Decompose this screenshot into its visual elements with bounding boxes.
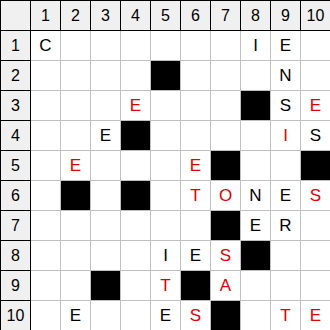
col-header-4: 4 xyxy=(121,1,151,31)
grid-cell-r5c4[interactable] xyxy=(121,151,151,181)
header-label: 3 xyxy=(101,8,110,24)
grid-cell-r4c1[interactable] xyxy=(31,121,61,151)
grid-cell-r1c3[interactable] xyxy=(91,31,121,61)
grid-cell-r7c4[interactable] xyxy=(121,211,151,241)
header-label: 4 xyxy=(11,128,20,144)
grid-cell-r6c3[interactable] xyxy=(91,181,121,211)
block-cell-r6c2 xyxy=(61,181,91,211)
block-cell-r8c8 xyxy=(241,241,271,271)
grid-cell-r8c3[interactable] xyxy=(91,241,121,271)
corner-cell xyxy=(1,1,31,31)
header-label: 10 xyxy=(7,308,25,324)
cell-letter: S xyxy=(310,127,321,144)
grid-cell-r6c5[interactable] xyxy=(151,181,181,211)
cell-letter: C xyxy=(39,37,51,54)
cell-letter: O xyxy=(219,187,232,204)
cell-letter: A xyxy=(220,277,231,294)
grid-cell-r2c10[interactable] xyxy=(301,61,330,91)
header-label: 3 xyxy=(11,98,20,114)
cell-letter: E xyxy=(250,217,261,234)
col-header-10: 10 xyxy=(301,1,330,31)
grid-cell-r3c3[interactable] xyxy=(91,91,121,121)
header-label: 7 xyxy=(11,218,20,234)
grid-cell-r6c1[interactable] xyxy=(31,181,61,211)
col-header-1: 1 xyxy=(31,1,61,31)
cell-letter: N xyxy=(249,187,261,204)
row-header-7: 7 xyxy=(1,211,31,241)
block-cell-r6c4 xyxy=(121,181,151,211)
cell-letter: I xyxy=(283,127,288,144)
header-label: 1 xyxy=(41,8,50,24)
header-label: 1 xyxy=(11,38,20,54)
cell-letter: S xyxy=(310,187,321,204)
grid-cell-r5c2[interactable]: E xyxy=(61,151,91,181)
grid-cell-r4c2[interactable] xyxy=(61,121,91,151)
grid-cell-r3c9[interactable]: S xyxy=(271,91,301,121)
grid-cell-r8c2[interactable] xyxy=(61,241,91,271)
grid-cell-r3c5[interactable] xyxy=(151,91,181,121)
grid-cell-r7c2[interactable] xyxy=(61,211,91,241)
grid-cell-r10c4[interactable] xyxy=(121,301,151,330)
grid-cell-r9c4[interactable] xyxy=(121,271,151,301)
row-header-9: 9 xyxy=(1,271,31,301)
puzzle-board: 123456789101CIE2N3ESE4EIS5EE6TONES7ER8IE… xyxy=(0,0,330,330)
block-cell-r5c10 xyxy=(301,151,330,181)
header-label: 5 xyxy=(161,8,170,24)
grid-cell-r3c7[interactable] xyxy=(211,91,241,121)
grid-cell-r2c3[interactable] xyxy=(91,61,121,91)
cell-letter: E xyxy=(310,97,321,114)
row-header-8: 8 xyxy=(1,241,31,271)
grid-cell-r4c10[interactable]: S xyxy=(301,121,330,151)
grid-cell-r5c3[interactable] xyxy=(91,151,121,181)
header-label: 8 xyxy=(251,8,260,24)
grid-cell-r6c6[interactable]: T xyxy=(181,181,211,211)
header-label: 5 xyxy=(11,158,20,174)
grid-cell-r9c5[interactable]: T xyxy=(151,271,181,301)
grid-cell-r3c6[interactable] xyxy=(181,91,211,121)
block-cell-r7c7 xyxy=(211,211,241,241)
block-cell-r4c4 xyxy=(121,121,151,151)
grid-cell-r3c1[interactable] xyxy=(31,91,61,121)
grid-cell-r1c8[interactable]: I xyxy=(241,31,271,61)
header-label: 4 xyxy=(131,8,140,24)
cell-letter: R xyxy=(279,217,291,234)
grid-cell-r7c6[interactable] xyxy=(181,211,211,241)
cell-letter: E xyxy=(310,307,321,324)
grid-cell-r5c9[interactable] xyxy=(271,151,301,181)
grid-cell-r5c5[interactable] xyxy=(151,151,181,181)
row-header-10: 10 xyxy=(1,301,31,330)
grid-cell-r10c10[interactable]: E xyxy=(301,301,330,330)
grid-cell-r7c5[interactable] xyxy=(151,211,181,241)
header-label: 6 xyxy=(191,8,200,24)
cell-letter: E xyxy=(100,127,111,144)
row-header-4: 4 xyxy=(1,121,31,151)
header-label: 2 xyxy=(11,68,20,84)
grid-cell-r9c9[interactable] xyxy=(271,271,301,301)
grid-cell-r9c1[interactable] xyxy=(31,271,61,301)
grid-cell-r9c7[interactable]: A xyxy=(211,271,241,301)
block-cell-r10c7 xyxy=(211,301,241,330)
grid-cell-r3c10[interactable]: E xyxy=(301,91,330,121)
grid-cell-r2c8[interactable] xyxy=(241,61,271,91)
grid-cell-r1c7[interactable] xyxy=(211,31,241,61)
grid-cell-r2c6[interactable] xyxy=(181,61,211,91)
grid-cell-r1c6[interactable] xyxy=(181,31,211,61)
header-label: 10 xyxy=(307,8,325,24)
cell-letter: E xyxy=(190,247,201,264)
grid-cell-r9c10[interactable] xyxy=(301,271,330,301)
header-label: 8 xyxy=(11,248,20,264)
cell-letter: N xyxy=(279,67,291,84)
grid-cell-r6c9[interactable]: E xyxy=(271,181,301,211)
grid-cell-r1c10[interactable] xyxy=(301,31,330,61)
row-header-6: 6 xyxy=(1,181,31,211)
grid-cell-r8c1[interactable] xyxy=(31,241,61,271)
grid-cell-r8c7[interactable]: S xyxy=(211,241,241,271)
grid-cell-r7c8[interactable]: E xyxy=(241,211,271,241)
col-header-6: 6 xyxy=(181,1,211,31)
cell-letter: I xyxy=(253,37,258,54)
header-label: 7 xyxy=(221,8,230,24)
col-header-5: 5 xyxy=(151,1,181,31)
cell-letter: E xyxy=(130,97,141,114)
grid-cell-r5c6[interactable]: E xyxy=(181,151,211,181)
header-label: 9 xyxy=(11,278,20,294)
grid-cell-r5c8[interactable] xyxy=(241,151,271,181)
cell-letter: S xyxy=(220,247,231,264)
grid-cell-r1c2[interactable] xyxy=(61,31,91,61)
block-cell-r9c6 xyxy=(181,271,211,301)
block-cell-r2c5 xyxy=(151,61,181,91)
col-header-9: 9 xyxy=(271,1,301,31)
col-header-8: 8 xyxy=(241,1,271,31)
header-label: 6 xyxy=(11,188,20,204)
grid-cell-r2c2[interactable] xyxy=(61,61,91,91)
grid-cell-r7c10[interactable] xyxy=(301,211,330,241)
grid-cell-r8c4[interactable] xyxy=(121,241,151,271)
grid-cell-r7c9[interactable]: R xyxy=(271,211,301,241)
grid-cell-r7c3[interactable] xyxy=(91,211,121,241)
grid-cell-r3c2[interactable] xyxy=(61,91,91,121)
cell-letter: T xyxy=(280,307,290,324)
cell-letter: E xyxy=(280,37,291,54)
grid-cell-r2c7[interactable] xyxy=(211,61,241,91)
grid-cell-r4c9[interactable]: I xyxy=(271,121,301,151)
grid-cell-r10c3[interactable] xyxy=(91,301,121,330)
grid-cell-r10c5[interactable]: E xyxy=(151,301,181,330)
block-cell-r3c8 xyxy=(241,91,271,121)
row-header-3: 3 xyxy=(1,91,31,121)
cell-letter: S xyxy=(280,97,291,114)
grid-cell-r10c8[interactable] xyxy=(241,301,271,330)
cell-letter: E xyxy=(70,157,81,174)
block-cell-r9c3 xyxy=(91,271,121,301)
grid-cell-r8c5[interactable]: I xyxy=(151,241,181,271)
grid-cell-r6c7[interactable]: O xyxy=(211,181,241,211)
grid-cell-r8c6[interactable]: E xyxy=(181,241,211,271)
grid-cell-r10c9[interactable]: T xyxy=(271,301,301,330)
grid-cell-r5c1[interactable] xyxy=(31,151,61,181)
grid-cell-r3c4[interactable]: E xyxy=(121,91,151,121)
grid-cell-r1c4[interactable] xyxy=(121,31,151,61)
grid-cell-r4c5[interactable] xyxy=(151,121,181,151)
grid-cell-r4c7[interactable] xyxy=(211,121,241,151)
col-header-3: 3 xyxy=(91,1,121,31)
grid-cell-r8c9[interactable] xyxy=(271,241,301,271)
cell-letter: E xyxy=(190,157,201,174)
grid-cell-r8c10[interactable] xyxy=(301,241,330,271)
cell-letter: I xyxy=(163,247,168,264)
grid-cell-r2c1[interactable] xyxy=(31,61,61,91)
grid-cell-r2c9[interactable]: N xyxy=(271,61,301,91)
grid-cell-r10c2[interactable]: E xyxy=(61,301,91,330)
col-header-2: 2 xyxy=(61,1,91,31)
grid-cell-r2c4[interactable] xyxy=(121,61,151,91)
header-label: 2 xyxy=(71,8,80,24)
grid-cell-r1c9[interactable]: E xyxy=(271,31,301,61)
grid-cell-r10c6[interactable]: S xyxy=(181,301,211,330)
grid-cell-r4c6[interactable] xyxy=(181,121,211,151)
grid-cell-r10c1[interactable] xyxy=(31,301,61,330)
cell-letter: S xyxy=(190,307,201,324)
block-cell-r5c7 xyxy=(211,151,241,181)
cell-letter: E xyxy=(280,187,291,204)
grid-cell-r9c2[interactable] xyxy=(61,271,91,301)
row-header-1: 1 xyxy=(1,31,31,61)
grid-cell-r7c1[interactable] xyxy=(31,211,61,241)
row-header-5: 5 xyxy=(1,151,31,181)
grid-cell-r4c3[interactable]: E xyxy=(91,121,121,151)
grid-cell-r1c1[interactable]: C xyxy=(31,31,61,61)
cell-letter: T xyxy=(160,277,170,294)
col-header-7: 7 xyxy=(211,1,241,31)
cell-letter: E xyxy=(160,307,171,324)
grid-cell-r9c8[interactable] xyxy=(241,271,271,301)
row-header-2: 2 xyxy=(1,61,31,91)
grid-cell-r6c8[interactable]: N xyxy=(241,181,271,211)
grid-cell-r1c5[interactable] xyxy=(151,31,181,61)
grid-cell-r6c10[interactable]: S xyxy=(301,181,330,211)
cell-letter: E xyxy=(70,307,81,324)
cell-letter: T xyxy=(190,187,200,204)
grid-cell-r4c8[interactable] xyxy=(241,121,271,151)
header-label: 9 xyxy=(281,8,290,24)
